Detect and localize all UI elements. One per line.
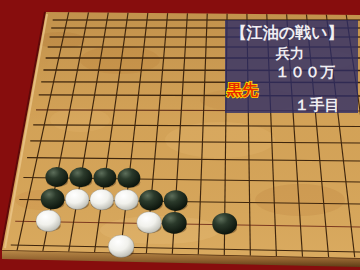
black-stone <box>212 213 237 235</box>
move-counter: １手目 <box>295 96 340 114</box>
black-stone <box>118 168 141 188</box>
white-stone <box>36 210 61 232</box>
black-stone <box>162 212 187 234</box>
info-panel: 【江油の戦い】 兵力 １００万 黒先 １手目 <box>225 20 358 114</box>
black-stone <box>139 190 163 211</box>
white-stone <box>137 212 162 234</box>
white-stone <box>115 190 139 211</box>
black-stone <box>69 167 92 187</box>
turn-indicator: 黒先 <box>226 81 259 99</box>
black-stone <box>45 167 68 187</box>
white-stone <box>108 235 134 257</box>
black-stone <box>94 168 117 188</box>
strength-value: １００万 <box>275 63 335 81</box>
strength-label: 兵力 <box>275 45 304 61</box>
white-stone <box>90 189 114 210</box>
white-stone <box>65 189 89 210</box>
battle-title: 【江油の戦い】 <box>231 23 344 42</box>
go-board-scene: 【江油の戦い】 兵力 １００万 黒先 １手目 <box>0 0 360 270</box>
black-stone <box>164 190 188 211</box>
game-screen: 【江油の戦い】 兵力 １００万 黒先 １手目 <box>0 0 360 270</box>
black-stone <box>41 189 65 210</box>
